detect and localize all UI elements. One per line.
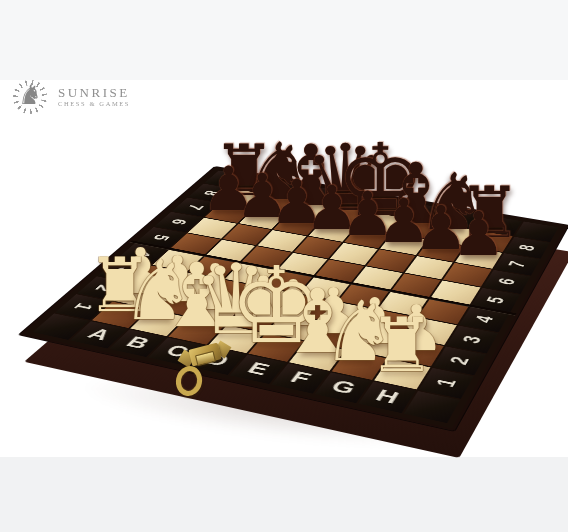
brass-clasp xyxy=(168,340,232,398)
rank-label-text: 7 xyxy=(505,260,529,269)
file-label-text: B xyxy=(122,335,152,352)
sunrise-logo: ♞ SUNRISE CHESS & GAMES xyxy=(13,80,130,114)
brand-text: SUNRISE CHESS & GAMES xyxy=(58,86,130,108)
rank-label-text: 8 xyxy=(200,189,222,196)
sunrise-knight-icon: ♞ xyxy=(13,80,51,114)
rank-label-text: 4 xyxy=(131,249,156,258)
clasp-ring xyxy=(173,364,205,399)
file-label-text: A xyxy=(84,326,115,342)
rank-label-text: 5 xyxy=(149,233,173,241)
rank-label-text: 1 xyxy=(432,377,460,389)
rank-label-text: 2 xyxy=(91,283,117,293)
knight-head-icon: ♞ xyxy=(18,81,42,108)
rank-label-text: 2 xyxy=(446,355,474,366)
rank-label-text: 8 xyxy=(515,243,539,252)
file-label-text: H xyxy=(372,387,401,406)
product-photo-stage: ♞ SUNRISE CHESS & GAMES 8877665544332211… xyxy=(0,0,568,532)
rank-label-text: 7 xyxy=(184,203,207,211)
brand-name: SUNRISE xyxy=(58,86,130,99)
rank-label-text: 6 xyxy=(494,277,519,286)
brand-tagline: CHESS & GAMES xyxy=(58,101,130,108)
board-position: 8877665544332211ABCDEFGH xyxy=(104,66,524,486)
file-label-text: F xyxy=(287,369,314,387)
board-grid: 8877665544332211ABCDEFGH xyxy=(33,171,559,424)
rank-label-text: 3 xyxy=(459,334,486,345)
file-label-text: E xyxy=(244,360,273,377)
rank-label-text: 5 xyxy=(483,295,508,305)
rank-label-text: 1 xyxy=(70,302,96,312)
file-label-text: G xyxy=(328,378,359,397)
rank-label-text: 6 xyxy=(167,218,190,226)
rank-label-text: 4 xyxy=(471,314,497,324)
rank-label-text: 3 xyxy=(112,266,137,275)
